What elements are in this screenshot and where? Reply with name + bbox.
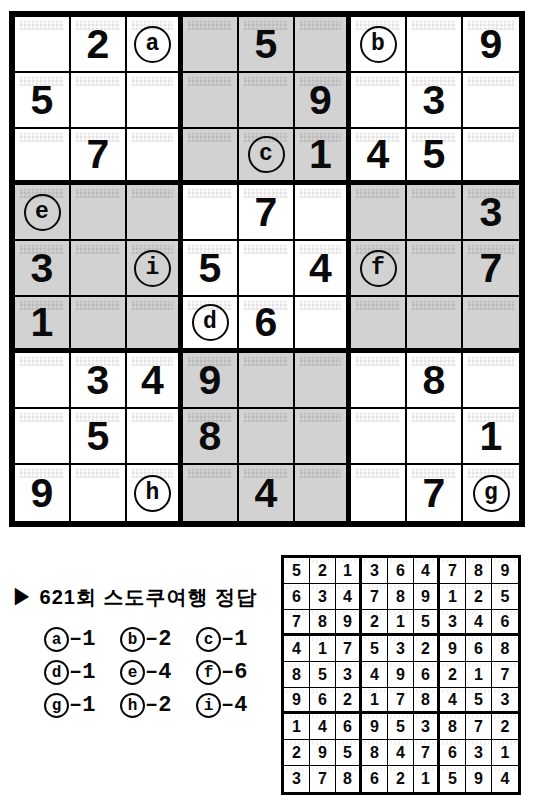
- given-digit: 3: [423, 80, 446, 121]
- solution-cell-r2c8: 2: [466, 584, 492, 610]
- puzzle-cell-r6c1: 1: [15, 297, 71, 353]
- puzzle-cell-r4c9: 3: [463, 185, 519, 241]
- solution-cell-r9c5: 2: [388, 766, 414, 792]
- given-digit: 9: [309, 80, 332, 121]
- puzzle-cell-r8c1: [15, 409, 71, 465]
- given-digit: 8: [199, 416, 222, 457]
- solution-cell-r4c1: 4: [284, 636, 310, 662]
- solution-cell-r2c7: 1: [440, 584, 466, 610]
- given-digit: 8: [423, 360, 446, 401]
- answer-entry-b: b–2: [120, 627, 182, 652]
- given-digit: 3: [87, 360, 110, 401]
- solution-cell-r7c8: 7: [466, 714, 492, 740]
- given-digit: 9: [31, 473, 54, 514]
- answer-entry-c: c–1: [196, 627, 258, 652]
- solution-cell-r6c2: 6: [310, 688, 336, 714]
- solution-cell-r3c2: 8: [310, 610, 336, 636]
- solution-cell-r5c9: 7: [492, 662, 518, 688]
- solution-cell-r9c7: 5: [440, 766, 466, 792]
- solution-cell-r7c6: 3: [414, 714, 440, 740]
- puzzle-cell-r1c9: 9: [463, 17, 519, 73]
- puzzle-cell-r5c3: i: [127, 241, 183, 297]
- puzzle-cell-r3c3: [127, 129, 183, 185]
- puzzle-cell-r2c3: [127, 73, 183, 129]
- solution-cell-r9c9: 4: [492, 766, 518, 792]
- puzzle-cell-r5c8: [407, 241, 463, 297]
- given-digit: 5: [31, 80, 54, 121]
- answer-entry-d: d–1: [44, 660, 106, 685]
- solution-cell-r8c3: 5: [336, 740, 362, 766]
- solution-cell-r6c7: 4: [440, 688, 466, 714]
- given-digit: 1: [31, 302, 54, 343]
- puzzle-cell-r4c2: [71, 185, 127, 241]
- solution-cell-r9c4: 6: [362, 766, 388, 792]
- solution-cell-r2c9: 5: [492, 584, 518, 610]
- solution-cell-r8c7: 6: [440, 740, 466, 766]
- given-digit: 5: [87, 416, 110, 457]
- puzzle-cell-r4c7: [351, 185, 407, 241]
- puzzle-cell-r6c6: [295, 297, 351, 353]
- circled-letter-e: e: [120, 660, 145, 685]
- circled-letter-b: b: [120, 627, 145, 652]
- puzzle-cell-r9c7: [351, 465, 407, 521]
- solution-cell-r1c2: 2: [310, 558, 336, 584]
- given-digit: 9: [199, 360, 222, 401]
- puzzle-cell-r6c5: 6: [239, 297, 295, 353]
- given-digit: 4: [309, 248, 332, 289]
- solution-cell-r7c2: 4: [310, 714, 336, 740]
- puzzle-cell-r6c7: [351, 297, 407, 353]
- puzzle-cell-r4c4: [183, 185, 239, 241]
- puzzle-cell-r5c9: 7: [463, 241, 519, 297]
- answer-value: –2: [145, 627, 171, 652]
- solution-cell-r1c3: 1: [336, 558, 362, 584]
- puzzle-cell-r8c2: 5: [71, 409, 127, 465]
- puzzle-cell-r4c3: [127, 185, 183, 241]
- solution-cell-r6c8: 5: [466, 688, 492, 714]
- puzzle-grid: 2a5b95937c145e733i54f71d634985819h47g: [9, 11, 525, 527]
- given-digit: 9: [480, 24, 503, 65]
- solution-cell-r8c1: 2: [284, 740, 310, 766]
- puzzle-cell-r2c7: [351, 73, 407, 129]
- puzzle-cell-r4c6: [295, 185, 351, 241]
- puzzle-cell-r4c1: e: [15, 185, 71, 241]
- solution-cell-r1c7: 7: [440, 558, 466, 584]
- solution-cell-r6c3: 2: [336, 688, 362, 714]
- answer-value: –1: [69, 660, 95, 685]
- circled-letter-h: h: [120, 693, 145, 718]
- given-digit: 7: [87, 134, 110, 175]
- puzzle-cell-r2c8: 3: [407, 73, 463, 129]
- puzzle-cell-r8c4: 8: [183, 409, 239, 465]
- puzzle-cell-r4c8: [407, 185, 463, 241]
- puzzle-cell-r1c7: b: [351, 17, 407, 73]
- given-digit: 4: [255, 473, 278, 514]
- solution-cell-r5c7: 2: [440, 662, 466, 688]
- solution-cell-r1c1: 5: [284, 558, 310, 584]
- solution-cell-r4c9: 8: [492, 636, 518, 662]
- circled-letter-i: i: [134, 250, 171, 287]
- answer-value: –1: [69, 693, 95, 718]
- solution-cell-r3c8: 4: [466, 610, 492, 636]
- given-digit: 3: [31, 248, 54, 289]
- puzzle-cell-r6c2: [71, 297, 127, 353]
- solution-cell-r2c3: 4: [336, 584, 362, 610]
- puzzle-cell-r3c7: 4: [351, 129, 407, 185]
- circled-letter-a: a: [44, 627, 69, 652]
- solution-cell-r7c3: 6: [336, 714, 362, 740]
- puzzle-cell-r5c1: 3: [15, 241, 71, 297]
- solution-cell-r7c5: 5: [388, 714, 414, 740]
- circled-letter-f: f: [196, 660, 221, 685]
- puzzle-cell-r5c7: f: [351, 241, 407, 297]
- solution-cell-r6c6: 8: [414, 688, 440, 714]
- puzzle-cell-r3c8: 5: [407, 129, 463, 185]
- solution-cell-r4c3: 7: [336, 636, 362, 662]
- puzzle-cell-r9c2: [71, 465, 127, 521]
- puzzle-cell-r9c4: [183, 465, 239, 521]
- puzzle-cell-r8c5: [239, 409, 295, 465]
- solution-cell-r8c4: 8: [362, 740, 388, 766]
- puzzle-cell-r9c1: 9: [15, 465, 71, 521]
- puzzle-cell-r8c3: [127, 409, 183, 465]
- solution-cell-r9c6: 1: [414, 766, 440, 792]
- solution-cell-r3c1: 7: [284, 610, 310, 636]
- given-digit: 5: [423, 134, 446, 175]
- puzzle-cell-r5c2: [71, 241, 127, 297]
- circled-letter-a: a: [134, 26, 171, 63]
- given-digit: 4: [367, 134, 390, 175]
- puzzle-cell-r9c8: 7: [407, 465, 463, 521]
- puzzle-cell-r1c6: [295, 17, 351, 73]
- puzzle-cell-r1c8: [407, 17, 463, 73]
- puzzle-cell-r8c7: [351, 409, 407, 465]
- puzzle-cell-r2c2: [71, 73, 127, 129]
- puzzle-cell-r3c6: 1: [295, 129, 351, 185]
- answer-value: –4: [221, 693, 247, 718]
- solution-cell-r5c3: 3: [336, 662, 362, 688]
- solution-cell-r8c8: 3: [466, 740, 492, 766]
- puzzle-cell-r4c5: 7: [239, 185, 295, 241]
- puzzle-cell-r7c6: [295, 353, 351, 409]
- solution-cell-r6c9: 3: [492, 688, 518, 714]
- puzzle-cell-r9c5: 4: [239, 465, 295, 521]
- solution-cell-r2c5: 8: [388, 584, 414, 610]
- solution-cell-r5c2: 5: [310, 662, 336, 688]
- answer-entry-e: e–4: [120, 660, 182, 685]
- puzzle-cell-r8c6: [295, 409, 351, 465]
- solution-cell-r2c6: 9: [414, 584, 440, 610]
- puzzle-cell-r7c4: 9: [183, 353, 239, 409]
- solution-cell-r1c9: 9: [492, 558, 518, 584]
- solution-cell-r5c1: 8: [284, 662, 310, 688]
- sudoku-page: 2a5b95937c145e733i54f71d634985819h47g ▶ …: [0, 0, 534, 805]
- answer-entry-a: a–1: [44, 627, 106, 652]
- answer-row: a–1b–2c–1: [44, 627, 258, 652]
- puzzle-cell-r9c9: g: [463, 465, 519, 521]
- solution-cell-r5c6: 6: [414, 662, 440, 688]
- solution-cell-r4c4: 5: [362, 636, 388, 662]
- solution-cell-r3c3: 9: [336, 610, 362, 636]
- given-digit: 7: [423, 473, 446, 514]
- puzzle-cell-r8c9: 1: [463, 409, 519, 465]
- puzzle-cell-r1c1: [15, 17, 71, 73]
- solution-cell-r3c4: 2: [362, 610, 388, 636]
- puzzle-cell-r7c8: 8: [407, 353, 463, 409]
- given-digit: 6: [255, 302, 278, 343]
- puzzle-cell-r2c9: [463, 73, 519, 129]
- solution-cell-r4c7: 9: [440, 636, 466, 662]
- solution-cell-r3c9: 6: [492, 610, 518, 636]
- solution-cell-r5c4: 4: [362, 662, 388, 688]
- solution-cell-r9c3: 8: [336, 766, 362, 792]
- solution-cell-r2c4: 7: [362, 584, 388, 610]
- answer-value: –4: [145, 660, 171, 685]
- puzzle-cell-r9c3: h: [127, 465, 183, 521]
- solution-cell-r7c7: 8: [440, 714, 466, 740]
- given-digit: 5: [199, 248, 222, 289]
- puzzle-cell-r3c2: 7: [71, 129, 127, 185]
- solution-cell-r6c1: 9: [284, 688, 310, 714]
- puzzle-cell-r3c4: [183, 129, 239, 185]
- circled-letter-b: b: [360, 26, 397, 63]
- solution-cell-r1c6: 4: [414, 558, 440, 584]
- answer-row: g–1h–2i–4: [44, 693, 258, 718]
- solution-cell-r7c9: 2: [492, 714, 518, 740]
- circled-letter-g: g: [44, 693, 69, 718]
- puzzle-cell-r3c1: [15, 129, 71, 185]
- given-digit: 7: [480, 248, 503, 289]
- solution-cell-r2c1: 6: [284, 584, 310, 610]
- circled-letter-d: d: [192, 304, 229, 341]
- puzzle-cell-r3c5: c: [239, 129, 295, 185]
- solution-cell-r4c2: 1: [310, 636, 336, 662]
- solution-cell-r4c6: 2: [414, 636, 440, 662]
- solution-cell-r4c8: 6: [466, 636, 492, 662]
- answer-row: d–1e–4f–6: [44, 660, 258, 685]
- solution-cell-r9c1: 3: [284, 766, 310, 792]
- puzzle-cell-r7c7: [351, 353, 407, 409]
- puzzle-cell-r2c5: [239, 73, 295, 129]
- given-digit: 1: [309, 134, 332, 175]
- given-digit: 1: [480, 416, 503, 457]
- solution-cell-r3c6: 5: [414, 610, 440, 636]
- answer-entry-h: h–2: [120, 693, 182, 718]
- answer-value: –2: [145, 693, 171, 718]
- circled-letter-f: f: [360, 250, 397, 287]
- puzzle-cell-r2c6: 9: [295, 73, 351, 129]
- puzzle-cell-r2c4: [183, 73, 239, 129]
- given-digit: 2: [87, 24, 110, 65]
- puzzle-cell-r5c4: 5: [183, 241, 239, 297]
- puzzle-cell-r7c1: [15, 353, 71, 409]
- solution-grid: 5213647896347891257892153464175329688534…: [281, 555, 521, 795]
- puzzle-cell-r5c5: [239, 241, 295, 297]
- puzzle-cell-r8c8: [407, 409, 463, 465]
- solution-cell-r9c2: 7: [310, 766, 336, 792]
- solution-cell-r9c8: 9: [466, 766, 492, 792]
- circled-letter-c: c: [196, 627, 221, 652]
- puzzle-cell-r1c5: 5: [239, 17, 295, 73]
- answer-value: –1: [221, 627, 247, 652]
- answer-entry-g: g–1: [44, 693, 106, 718]
- answer-entry-i: i–4: [196, 693, 258, 718]
- solution-cell-r8c9: 1: [492, 740, 518, 766]
- puzzle-cell-r7c5: [239, 353, 295, 409]
- circled-letter-i: i: [196, 693, 221, 718]
- circled-letter-c: c: [248, 136, 285, 173]
- puzzle-cell-r7c3: 4: [127, 353, 183, 409]
- given-digit: 7: [255, 192, 278, 233]
- solution-cell-r2c2: 3: [310, 584, 336, 610]
- puzzle-cell-r5c6: 4: [295, 241, 351, 297]
- solution-cell-r5c8: 1: [466, 662, 492, 688]
- solution-cell-r3c5: 1: [388, 610, 414, 636]
- puzzle-cell-r6c8: [407, 297, 463, 353]
- circled-letter-d: d: [44, 660, 69, 685]
- solution-cell-r4c5: 3: [388, 636, 414, 662]
- solution-cell-r8c2: 9: [310, 740, 336, 766]
- given-digit: 5: [255, 24, 278, 65]
- solution-cell-r7c4: 9: [362, 714, 388, 740]
- solution-cell-r1c5: 6: [388, 558, 414, 584]
- solution-cell-r6c5: 7: [388, 688, 414, 714]
- puzzle-cell-r1c2: 2: [71, 17, 127, 73]
- solution-cell-r5c5: 9: [388, 662, 414, 688]
- circled-letter-h: h: [134, 475, 171, 512]
- answer-entry-f: f–6: [196, 660, 258, 685]
- solution-cell-r3c7: 3: [440, 610, 466, 636]
- solution-cell-r8c6: 7: [414, 740, 440, 766]
- puzzle-cell-r6c9: [463, 297, 519, 353]
- circled-letter-g: g: [473, 475, 510, 512]
- puzzle-cell-r1c4: [183, 17, 239, 73]
- answer-key: a–1b–2c–1d–1e–4f–6g–1h–2i–4: [44, 627, 258, 718]
- answer-key-heading: ▶ 621회 스도쿠여행 정답: [12, 584, 257, 611]
- solution-cell-r6c4: 1: [362, 688, 388, 714]
- puzzle-cell-r7c9: [463, 353, 519, 409]
- answer-value: –1: [69, 627, 95, 652]
- given-digit: 4: [141, 360, 164, 401]
- solution-cell-r8c5: 4: [388, 740, 414, 766]
- solution-cell-r7c1: 1: [284, 714, 310, 740]
- puzzle-cell-r3c9: [463, 129, 519, 185]
- solution-cell-r1c4: 3: [362, 558, 388, 584]
- answer-value: –6: [221, 660, 247, 685]
- puzzle-cell-r7c2: 3: [71, 353, 127, 409]
- circled-letter-e: e: [24, 194, 61, 231]
- puzzle-cell-r1c3: a: [127, 17, 183, 73]
- puzzle-cell-r6c4: d: [183, 297, 239, 353]
- solution-cell-r1c8: 8: [466, 558, 492, 584]
- puzzle-cell-r9c6: [295, 465, 351, 521]
- given-digit: 3: [480, 192, 503, 233]
- puzzle-cell-r6c3: [127, 297, 183, 353]
- puzzle-cell-r2c1: 5: [15, 73, 71, 129]
